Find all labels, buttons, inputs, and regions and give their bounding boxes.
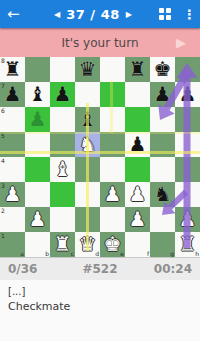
square-h2[interactable]: ♟ — [175, 207, 200, 232]
square-c3[interactable] — [50, 182, 75, 207]
black-knight: ♞ — [150, 182, 175, 207]
black-bishop: ♝ — [75, 107, 100, 132]
black-pawn: ♟ — [50, 82, 75, 107]
black-king: ♚ — [150, 57, 175, 82]
square-b1[interactable]: b — [25, 232, 50, 257]
square-e1[interactable]: ♚e — [100, 232, 125, 257]
square-h4[interactable] — [175, 157, 200, 182]
puzzle-counter: 37 / 48 — [66, 7, 119, 22]
file-label-b: b — [45, 250, 49, 257]
square-c2[interactable] — [50, 207, 75, 232]
square-g1[interactable]: g — [150, 232, 175, 257]
file-label-e: e — [120, 250, 124, 257]
rank-label-1: 1 — [1, 232, 5, 239]
square-a2[interactable]: 2 — [0, 207, 25, 232]
file-label-c: c — [71, 250, 74, 257]
square-f7[interactable] — [125, 82, 150, 107]
square-h3[interactable] — [175, 182, 200, 207]
square-f8[interactable]: ♜ — [125, 57, 150, 82]
grid-square — [166, 15, 171, 20]
square-a8[interactable]: ♜8 — [0, 57, 25, 82]
square-g7[interactable]: ♟ — [150, 82, 175, 107]
rank-label-2: 2 — [1, 207, 5, 214]
square-b2[interactable]: ♟ — [25, 207, 50, 232]
file-label-d: d — [95, 250, 99, 257]
square-c1[interactable]: ♜c — [50, 232, 75, 257]
square-b8[interactable] — [25, 57, 50, 82]
square-a5[interactable]: 5 — [0, 132, 25, 157]
square-e3[interactable]: ♟ — [100, 182, 125, 207]
square-b3[interactable] — [25, 182, 50, 207]
white-pawn: ♟ — [175, 207, 200, 232]
black-bishop: ♝ — [25, 82, 50, 107]
white-pawn: ♟ — [125, 182, 150, 207]
square-g2[interactable] — [150, 207, 175, 232]
rank-label-7: 7 — [1, 82, 5, 89]
white-knight: ♞ — [75, 132, 100, 157]
timer: 00:24 — [131, 262, 192, 276]
square-h7[interactable]: ♟ — [175, 82, 200, 107]
square-a3[interactable]: ♟3 — [0, 182, 25, 207]
square-c4[interactable]: ♝ — [50, 157, 75, 182]
square-e6[interactable] — [100, 107, 125, 132]
square-d7[interactable] — [75, 82, 100, 107]
square-g5[interactable] — [150, 132, 175, 157]
status-bar: 0/36 #522 00:24 — [0, 257, 200, 280]
square-f3[interactable]: ♟ — [125, 182, 150, 207]
square-d3[interactable] — [75, 182, 100, 207]
black-pawn: ♟ — [175, 82, 200, 107]
puzzle-number: #522 — [69, 262, 130, 276]
board: ♜8♛♜♚♟7♝♟♟♟6♟♝5♞♟4♝♟3♟♟♞2♟♟♟1ab♜c♛d♚efg♜… — [0, 57, 200, 257]
square-g6[interactable] — [150, 107, 175, 132]
file-label-a: a — [20, 250, 24, 257]
square-f5[interactable]: ♟ — [125, 132, 150, 157]
rank-label-8: 8 — [1, 57, 5, 64]
square-b5[interactable] — [25, 132, 50, 157]
square-h1[interactable]: ♜h — [175, 232, 200, 257]
turn-banner: It's your turn ▶ — [0, 28, 200, 57]
square-f4[interactable] — [125, 157, 150, 182]
play-icon[interactable]: ▶ — [176, 35, 186, 50]
square-d1[interactable]: ♛d — [75, 232, 100, 257]
rank-label-4: 4 — [1, 157, 5, 164]
square-c7[interactable]: ♟ — [50, 82, 75, 107]
square-a4[interactable]: 4 — [0, 157, 25, 182]
back-button[interactable]: ← — [7, 0, 27, 28]
black-pawn: ♟ — [25, 107, 50, 132]
square-b7[interactable]: ♝ — [25, 82, 50, 107]
puzzle-list-icon[interactable] — [159, 8, 171, 20]
app-bar: ← ◀ 37 / 48 ▶ ⋮ — [0, 0, 200, 28]
square-a6[interactable]: 6 — [0, 107, 25, 132]
square-f2[interactable]: ♟ — [125, 207, 150, 232]
puzzle-theme: Checkmate — [8, 300, 192, 313]
black-pawn: ♟ — [125, 132, 150, 157]
grid-square — [159, 15, 164, 20]
file-label-h: h — [195, 250, 199, 257]
white-pawn: ♟ — [100, 182, 125, 207]
square-b4[interactable] — [25, 157, 50, 182]
chess-tactics-app: ← ◀ 37 / 48 ▶ ⋮ It's your turn ▶ ♜8♛♜♚♟7… — [0, 0, 200, 341]
square-h8[interactable] — [175, 57, 200, 82]
square-b6[interactable]: ♟ — [25, 107, 50, 132]
turn-banner-text: It's your turn — [61, 36, 138, 50]
square-e2[interactable] — [100, 207, 125, 232]
square-e4[interactable] — [100, 157, 125, 182]
rank-label-3: 3 — [1, 182, 5, 189]
square-d6[interactable]: ♝ — [75, 107, 100, 132]
progress-counter: 0/36 — [8, 262, 69, 276]
square-a7[interactable]: ♟7 — [0, 82, 25, 107]
square-d8[interactable]: ♛ — [75, 57, 100, 82]
square-g4[interactable] — [150, 157, 175, 182]
square-d4[interactable] — [75, 157, 100, 182]
grid-square — [159, 8, 164, 13]
square-c6[interactable] — [50, 107, 75, 132]
puzzle-navigation: ◀ 37 / 48 ▶ — [27, 7, 159, 22]
square-c8[interactable] — [50, 57, 75, 82]
black-pawn: ♟ — [150, 82, 175, 107]
grid-square — [166, 8, 171, 13]
file-label-f: f — [147, 250, 149, 257]
white-bishop: ♝ — [50, 157, 75, 182]
board-wrap: ♜8♛♜♚♟7♝♟♟♟6♟♝5♞♟4♝♟3♟♟♞2♟♟♟1ab♜c♛d♚efg♜… — [0, 57, 200, 257]
square-d5[interactable]: ♞ — [75, 132, 100, 157]
square-g3[interactable]: ♞ — [150, 182, 175, 207]
file-label-g: g — [170, 250, 174, 257]
moves-panel[interactable]: [...] Checkmate — [0, 280, 200, 319]
square-d2[interactable] — [75, 207, 100, 232]
square-e7[interactable] — [100, 82, 125, 107]
rank-label-5: 5 — [1, 132, 5, 139]
square-c5[interactable] — [50, 132, 75, 157]
square-e5[interactable] — [100, 132, 125, 157]
move-list-ellipsis: [...] — [8, 286, 192, 297]
square-f6[interactable] — [125, 107, 150, 132]
black-queen: ♛ — [75, 57, 100, 82]
square-h5[interactable] — [175, 132, 200, 157]
next-puzzle-button[interactable]: ▶ — [126, 10, 132, 19]
prev-puzzle-button[interactable]: ◀ — [54, 10, 60, 19]
overflow-menu-icon[interactable]: ⋮ — [183, 7, 193, 22]
black-rook: ♜ — [125, 57, 150, 82]
square-f1[interactable]: f — [125, 232, 150, 257]
square-g8[interactable]: ♚ — [150, 57, 175, 82]
white-pawn: ♟ — [25, 207, 50, 232]
square-h6[interactable] — [175, 107, 200, 132]
white-pawn: ♟ — [125, 207, 150, 232]
square-e8[interactable] — [100, 57, 125, 82]
rank-label-6: 6 — [1, 107, 5, 114]
square-a1[interactable]: 1a — [0, 232, 25, 257]
